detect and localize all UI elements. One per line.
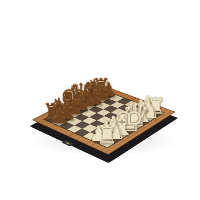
square-b1	[142, 114, 157, 121]
square-h6	[59, 122, 74, 130]
square-d3	[112, 115, 127, 122]
square-f5	[82, 117, 97, 124]
square-h7	[52, 118, 67, 125]
square-f2	[106, 127, 121, 135]
square-h1	[99, 139, 115, 147]
square-f4	[90, 120, 105, 128]
square-c2	[127, 114, 142, 121]
square-h5	[67, 125, 82, 133]
square-g6	[67, 118, 82, 125]
square-e4	[97, 116, 112, 123]
square-g5	[74, 121, 89, 129]
chess-set-product-photo: ♜♞♝♛♚♝♞♜♟♟♟♟♟♟♟♟♟♟♟♟♟♟♟♟♜♞♝♛♚♝♞♜	[0, 0, 200, 200]
square-g3	[90, 128, 106, 136]
square-g2	[98, 131, 114, 139]
square-e1	[121, 126, 136, 134]
square-f3	[98, 123, 113, 131]
square-h2	[91, 135, 107, 143]
square-e2	[113, 122, 128, 130]
square-h4	[75, 128, 91, 136]
square-e3	[105, 119, 120, 126]
square-d2	[120, 118, 135, 125]
square-g4	[82, 124, 97, 132]
square-g1	[107, 135, 123, 143]
square-c1	[135, 118, 150, 125]
square-h3	[83, 132, 99, 140]
square-a1	[148, 110, 163, 117]
square-f1	[114, 130, 130, 138]
square-d1	[128, 122, 143, 130]
